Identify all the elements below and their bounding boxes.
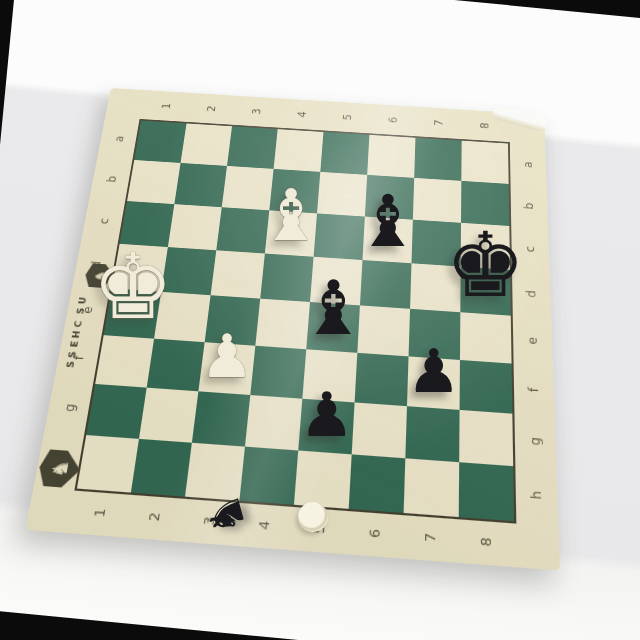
square-h7[interactable] [404, 458, 460, 517]
square-d6[interactable] [360, 260, 412, 309]
coord-bottom-4: 4 [255, 515, 274, 534]
square-g4[interactable] [245, 395, 302, 450]
piece-black-pawn-f7[interactable]: ♟ [407, 341, 461, 401]
coord-right-f: f [525, 381, 542, 398]
coord-top-7: 7 [431, 116, 446, 129]
captured-white-pawn[interactable] [298, 502, 328, 532]
square-a7[interactable] [414, 138, 461, 181]
square-f8[interactable] [460, 360, 513, 414]
square-h8[interactable] [459, 462, 514, 521]
coord-bottom-1: 1 [90, 503, 110, 522]
coord-right-h: h [528, 486, 546, 505]
square-c2[interactable] [168, 204, 222, 250]
square-f2[interactable] [147, 339, 205, 392]
square-e8[interactable] [460, 312, 512, 363]
piece-black-bishop-c6[interactable]: ♝ [356, 186, 420, 258]
square-a3[interactable] [227, 126, 278, 169]
square-g1[interactable] [86, 384, 146, 439]
coord-right-d: d [523, 286, 539, 302]
piece-white-pawn-f3[interactable]: ♟ [200, 327, 254, 387]
square-f4[interactable] [250, 346, 306, 399]
coord-left-c: c [95, 214, 113, 229]
square-a8[interactable] [461, 141, 508, 184]
square-a2[interactable] [181, 123, 232, 165]
coord-bottom-8: 8 [478, 532, 496, 552]
square-g6[interactable] [352, 402, 407, 458]
square-g7[interactable] [405, 406, 459, 462]
square-b2[interactable] [174, 163, 227, 207]
square-g3[interactable] [192, 391, 250, 446]
piece-black-pawn-g5[interactable]: ♟ [299, 384, 354, 445]
coord-top-8: 8 [477, 119, 492, 132]
square-a5[interactable] [320, 132, 369, 175]
coord-top-1: 1 [158, 99, 174, 112]
square-h5[interactable] [294, 450, 352, 508]
coord-right-a: a [520, 158, 535, 172]
piece-black-bishop-e5[interactable]: ♝ [300, 271, 367, 346]
piece-white-king-e1[interactable]: ♚ [92, 242, 173, 332]
piece-white-bishop-c4[interactable]: ♝ [259, 180, 323, 252]
square-d3[interactable] [211, 250, 265, 298]
square-b1[interactable] [127, 160, 180, 204]
photo-frame: 1234567812345678abcdefghabcdefgh ♞ US CH… [0, 0, 640, 640]
coord-right-b: b [521, 199, 537, 213]
square-g2[interactable] [139, 388, 198, 443]
coord-top-3: 3 [249, 105, 265, 118]
coord-top-2: 2 [203, 102, 219, 115]
square-h2[interactable] [131, 439, 192, 497]
coord-bottom-7: 7 [422, 528, 440, 548]
square-a1[interactable] [134, 121, 186, 163]
coord-left-a: a [111, 132, 128, 146]
coord-top-5: 5 [340, 111, 355, 124]
coord-bottom-2: 2 [145, 507, 165, 526]
square-f1[interactable] [95, 335, 154, 387]
coord-right-g: g [526, 432, 544, 450]
square-a4[interactable] [274, 129, 324, 172]
coord-top-6: 6 [386, 113, 401, 126]
piece-black-king-d8[interactable]: ♚ [445, 221, 525, 311]
coord-right-e: e [524, 333, 541, 349]
coord-top-4: 4 [294, 108, 310, 121]
coord-left-b: b [103, 172, 120, 186]
square-h1[interactable] [77, 435, 139, 493]
coord-bottom-6: 6 [366, 524, 385, 544]
square-h6[interactable] [349, 454, 406, 513]
square-f6[interactable] [355, 353, 409, 406]
square-a6[interactable] [367, 135, 415, 178]
coord-left-g: g [60, 399, 80, 417]
square-g8[interactable] [459, 410, 513, 466]
